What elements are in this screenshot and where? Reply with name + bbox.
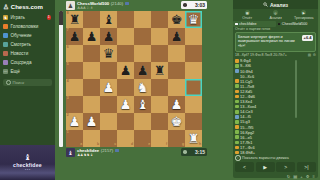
- inaccuracy-badge-icon: [235, 151, 239, 155]
- news-icon: [3, 51, 8, 56]
- great-badge-icon: [235, 69, 239, 73]
- inaccuracy-badge-icon: [235, 90, 239, 94]
- black-pawn-piece[interactable]: ♟: [117, 62, 134, 79]
- flip-board-icon[interactable]: ↻: [287, 174, 291, 179]
- square-h8[interactable]: ♛: [185, 11, 202, 28]
- sidebar-menu: ♞Играть1ГоловоломкиОбучениеСмотретьНовос…: [0, 13, 55, 76]
- square-h7[interactable]: [185, 28, 202, 45]
- white-pawn-piece[interactable]: ♟: [168, 96, 185, 113]
- file-label: a: [80, 143, 82, 147]
- square-b7[interactable]: ♟: [83, 28, 100, 45]
- square-e5[interactable]: ♟: [134, 62, 151, 79]
- bottom-player-clock: 3:15: [181, 148, 207, 156]
- square-a5[interactable]: 5: [66, 62, 83, 79]
- square-a6[interactable]: 6: [66, 45, 83, 62]
- white-bishop-piece[interactable]: ♝: [134, 96, 151, 113]
- logo-text: Chess.com: [11, 4, 43, 10]
- white-pawn-piece[interactable]: ♟: [83, 113, 100, 130]
- play-button[interactable]: ▶: [256, 162, 275, 172]
- top-player-avatar[interactable]: ♟: [66, 1, 75, 10]
- clock-icon: [183, 3, 187, 7]
- coach-comment-box: Белые жертвуют ферзя и выигрывают матери…: [235, 32, 316, 52]
- move-row[interactable]: 18.Фh8+: [235, 150, 295, 155]
- square-b4[interactable]: [83, 79, 100, 96]
- square-b6[interactable]: [83, 45, 100, 62]
- square-b8[interactable]: [83, 11, 100, 28]
- square-d6[interactable]: [117, 45, 134, 62]
- square-c2[interactable]: [100, 113, 117, 130]
- black-pawn-piece[interactable]: ♟: [66, 28, 83, 45]
- file-label: d: [131, 143, 133, 147]
- square-d1[interactable]: d: [117, 130, 134, 147]
- square-g8[interactable]: ♚: [168, 11, 185, 28]
- black-player-segment[interactable]: ChessWorld500: [276, 21, 319, 27]
- playback-controls: <▶>>|: [233, 161, 318, 173]
- jump-end-button[interactable]: >|: [297, 162, 316, 172]
- square-a2[interactable]: 2♟: [66, 113, 83, 130]
- square-b1[interactable]: b: [83, 130, 100, 147]
- black-pawn-piece[interactable]: ♟: [134, 62, 151, 79]
- copy-icon[interactable]: ▤: [308, 53, 311, 57]
- tab-label: Анализ: [269, 16, 281, 20]
- white-dot-icon: [235, 23, 238, 26]
- square-e6[interactable]: [134, 45, 151, 62]
- inaccuracy-badge-icon: [235, 146, 239, 150]
- file-label: b: [97, 143, 99, 147]
- square-c3[interactable]: [100, 96, 117, 113]
- square-e8[interactable]: [134, 11, 151, 28]
- square-c5[interactable]: [100, 62, 117, 79]
- good-badge-icon: [235, 135, 239, 139]
- inaccuracy-badge-icon: [235, 95, 239, 99]
- social-icon: [3, 60, 8, 65]
- bottom-player-flag-icon: [115, 149, 119, 152]
- bottom-player-avatar[interactable]: ♝: [66, 148, 75, 157]
- search-placeholder: Поиск: [13, 80, 25, 85]
- sidebar-item-Новости[interactable]: Новости: [0, 49, 55, 58]
- analysis-panel: Анализ ▦Отчёт◎Анализ▶Тренировка checkfid…: [233, 0, 318, 178]
- square-f7[interactable]: [151, 28, 168, 45]
- rank-label: 4: [67, 80, 69, 84]
- move-text: 18.Фh8+: [240, 150, 255, 155]
- square-f6[interactable]: [151, 45, 168, 62]
- square-e3[interactable]: ♝: [134, 96, 151, 113]
- square-a1[interactable]: 1a: [66, 130, 83, 147]
- top-player-clock: 3:03: [181, 1, 207, 9]
- good-badge-icon: [235, 105, 239, 109]
- threats-icon[interactable]: ▤: [293, 174, 297, 179]
- more-icon: ⋯: [3, 69, 8, 74]
- white-rook-piece[interactable]: ♜: [185, 130, 202, 147]
- white-pawn-piece[interactable]: ♟: [66, 113, 83, 130]
- square-h6[interactable]: [185, 45, 202, 62]
- white-queen-piece[interactable]: ♛: [185, 11, 202, 28]
- square-b5[interactable]: [83, 62, 100, 79]
- clock-icon: [183, 150, 187, 154]
- square-h4[interactable]: [185, 79, 202, 96]
- square-f2[interactable]: [151, 113, 168, 130]
- square-g3[interactable]: ♟: [168, 96, 185, 113]
- panel-header: Анализ: [233, 0, 318, 9]
- gear-icon[interactable]: ⚙: [313, 53, 316, 57]
- square-e7[interactable]: [134, 28, 151, 45]
- tab-icon: ▦: [245, 10, 250, 15]
- rank-label: 6: [67, 46, 69, 50]
- app-window: ♙ Chess.com ♞Играть1ГоловоломкиОбучениеС…: [0, 0, 320, 180]
- square-a7[interactable]: 7♟: [66, 28, 83, 45]
- black-rook-piece[interactable]: ♜: [151, 62, 168, 79]
- add-line-icon[interactable]: +: [300, 174, 302, 179]
- rank-label: 3: [67, 97, 69, 101]
- search-input[interactable]: Поиск: [3, 79, 52, 87]
- square-a4[interactable]: 4: [66, 79, 83, 96]
- square-h3[interactable]: [185, 96, 202, 113]
- square-c1[interactable]: c: [100, 130, 117, 147]
- square-e1[interactable]: e: [134, 130, 151, 147]
- evaluation-bar-black: [59, 11, 63, 25]
- good-badge-icon: [235, 64, 239, 68]
- good-badge-icon: [235, 120, 239, 124]
- square-h1[interactable]: h♜: [185, 130, 202, 147]
- watermark-subtitle: • • •: [25, 168, 30, 172]
- pawn-logo-icon: ♙: [3, 3, 9, 11]
- rank-label: 1: [67, 131, 69, 135]
- coach-comment-text: Белые жертвуют ферзя и выигрывают матери…: [238, 35, 300, 50]
- bottom-player-captured-pieces: ♟♟ ♞♞ ♝: [77, 153, 119, 158]
- square-f8[interactable]: [151, 11, 168, 28]
- square-g1[interactable]: g: [168, 130, 185, 147]
- file-label: g: [182, 143, 184, 147]
- black-queen-piece[interactable]: ♛: [100, 45, 117, 62]
- evaluation-badge: +6.4: [302, 35, 313, 41]
- black-dot-icon: [278, 23, 281, 26]
- black-pawn-piece[interactable]: ♟: [83, 28, 100, 45]
- puzzles-icon: [3, 24, 8, 29]
- square-g4[interactable]: [168, 79, 185, 96]
- good-badge-icon: [235, 100, 239, 104]
- evaluation-bar: [59, 11, 63, 147]
- move-list: 9.Фg49...Кf610.Фh410...Кc611.Сg511...Лe8…: [235, 58, 295, 155]
- white-knight-piece[interactable]: ♞: [134, 79, 151, 96]
- top-player-flag-icon: [125, 2, 129, 5]
- search-icon: [6, 80, 11, 85]
- analysis-icon: [263, 2, 268, 7]
- sidebar-item-label: Играть: [11, 15, 25, 20]
- square-e2[interactable]: [134, 113, 151, 130]
- square-f4[interactable]: [151, 79, 168, 96]
- watch-icon: [3, 42, 8, 47]
- info-icon: i: [235, 155, 241, 161]
- square-f5[interactable]: ♜: [151, 62, 168, 79]
- square-f3[interactable]: [151, 96, 168, 113]
- streamer-watermark: ♝ checkfidee • • •: [0, 145, 55, 180]
- sidebar-item-Смотреть[interactable]: Смотреть: [0, 40, 55, 49]
- sidebar-item-label: Смотреть: [11, 42, 32, 47]
- square-d8[interactable]: [117, 11, 134, 28]
- black-king-piece[interactable]: ♚: [168, 11, 185, 28]
- top-player-captured-pieces: ♙♙♙ ♘ ♗: [77, 6, 129, 11]
- square-g7[interactable]: ♟: [168, 28, 185, 45]
- square-c8[interactable]: ♝: [100, 11, 117, 28]
- sidebar-item-label: Соцсреда: [11, 60, 32, 65]
- good-badge-icon: [235, 141, 239, 145]
- sidebar-item-label: Головоломки: [11, 24, 39, 29]
- tab-label: Отчёт: [242, 16, 252, 20]
- great-badge-icon: [235, 115, 239, 119]
- square-a3[interactable]: 3: [66, 96, 83, 113]
- good-badge-icon: [235, 130, 239, 134]
- panel-tabs: ▦Отчёт◎Анализ▶Тренировка: [233, 9, 318, 21]
- white-king-piece[interactable]: ♚: [168, 113, 185, 130]
- square-h5[interactable]: [185, 62, 202, 79]
- forward-button[interactable]: >: [276, 162, 295, 172]
- back-button[interactable]: <: [235, 162, 254, 172]
- square-c7[interactable]: ♟: [100, 28, 117, 45]
- square-g2[interactable]: ♚: [168, 113, 185, 130]
- square-g6[interactable]: [168, 45, 185, 62]
- tab-label: Тренировка: [294, 16, 314, 20]
- watermark-piece-icon: ♝: [24, 154, 31, 162]
- square-c6[interactable]: ♛: [100, 45, 117, 62]
- black-bishop-piece[interactable]: ♝: [100, 11, 117, 28]
- square-d4[interactable]: [117, 79, 134, 96]
- square-e4[interactable]: ♞: [134, 79, 151, 96]
- inaccuracy-badge-icon: [235, 125, 239, 129]
- black-pawn-piece[interactable]: ♟: [168, 28, 185, 45]
- chesscom-logo[interactable]: ♙ Chess.com: [0, 0, 55, 13]
- menu-icon[interactable]: ≡: [313, 174, 315, 179]
- notification-badge: 1: [47, 15, 51, 20]
- sidebar-item-label: Обучение: [11, 33, 32, 38]
- move-list-scrollbar[interactable]: [295, 60, 297, 118]
- panel-title: Анализ: [270, 2, 288, 8]
- inaccuracy-badge-icon: [235, 59, 239, 63]
- learn-icon: [3, 33, 8, 38]
- good-badge-icon: [235, 84, 239, 88]
- sidebar-item-Играть[interactable]: ♞Играть1: [0, 13, 55, 22]
- tab-icon: ▶: [301, 10, 306, 15]
- square-d5[interactable]: ♟: [117, 62, 134, 79]
- sidebar-item-label: Новости: [11, 51, 29, 56]
- rank-label: 5: [67, 63, 69, 67]
- black-rook-piece[interactable]: ♜: [66, 11, 83, 28]
- sidebar-item-Головоломки[interactable]: Головоломки: [0, 22, 55, 31]
- plain-badge-icon: [235, 74, 239, 78]
- tab-Тренировка[interactable]: ▶Тренировка: [290, 9, 318, 21]
- square-c4[interactable]: ♟: [100, 79, 117, 96]
- square-a8[interactable]: 8♜: [66, 11, 83, 28]
- sidebar-item-Обучение[interactable]: Обучение: [0, 31, 55, 40]
- play-knight-icon: ♞: [3, 15, 8, 20]
- square-g5[interactable]: [168, 62, 185, 79]
- square-d7[interactable]: [117, 28, 134, 45]
- square-d2[interactable]: [117, 113, 134, 130]
- square-b2[interactable]: ♟: [83, 113, 100, 130]
- tab-icon: ◎: [273, 10, 278, 15]
- black-pawn-piece[interactable]: ♟: [100, 28, 117, 45]
- tab-Анализ[interactable]: ◎Анализ: [261, 9, 289, 21]
- inaccuracy-badge-icon: [235, 79, 239, 83]
- white-pawn-piece[interactable]: ♟: [117, 96, 134, 113]
- file-label: e: [148, 143, 150, 147]
- sidebar-item-Соцсреда[interactable]: Соцсреда: [0, 58, 55, 67]
- settings-icon[interactable]: ⚙: [306, 174, 310, 179]
- file-label: c: [114, 143, 116, 147]
- square-f1[interactable]: f: [151, 130, 168, 147]
- square-b3[interactable]: [83, 96, 100, 113]
- board[interactable]: 8♜♝♚♛7♟♟♟♟6♛5♟♟♜4♟♞3♟♝♟2♟♟♚1abcdefgh♜: [66, 11, 202, 147]
- square-d3[interactable]: ♟: [117, 96, 134, 113]
- tab-Отчёт[interactable]: ▦Отчёт: [233, 9, 261, 21]
- white-pawn-piece[interactable]: ♟: [100, 79, 117, 96]
- sidebar-item-Ещё[interactable]: ⋯Ещё: [0, 67, 55, 76]
- sidebar-item-label: Ещё: [11, 69, 20, 74]
- square-h2[interactable]: [185, 113, 202, 130]
- panel-footer-icons: ↻▤+⚙≡: [233, 173, 318, 179]
- good-badge-icon: [235, 110, 239, 114]
